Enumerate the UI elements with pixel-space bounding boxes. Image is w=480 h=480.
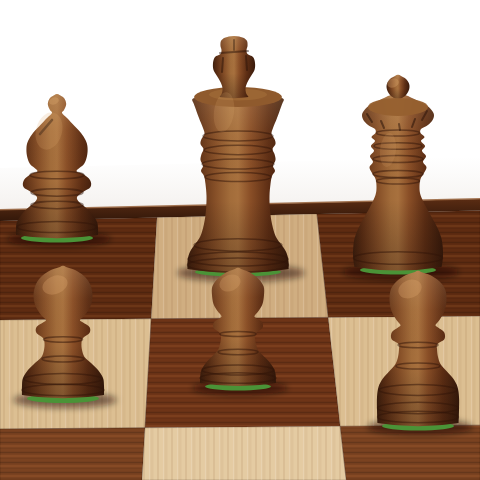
chessboard-scene	[0, 0, 480, 480]
carving-groove	[399, 124, 400, 130]
square-grain-r2-c0	[0, 428, 145, 480]
carving-groove	[222, 58, 223, 72]
piece-turned-top	[368, 98, 428, 116]
square-grain-r2-c1	[142, 426, 346, 480]
chess-photo-canvas	[0, 0, 480, 480]
carving-groove	[246, 56, 247, 70]
